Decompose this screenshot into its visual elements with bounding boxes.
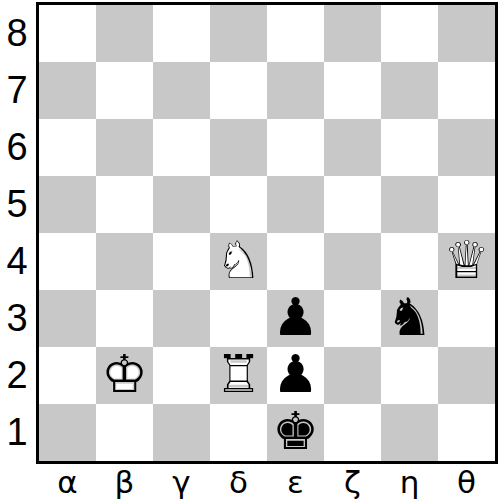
square-g1[interactable] <box>381 404 438 461</box>
square-b7[interactable] <box>96 62 153 119</box>
square-d1[interactable] <box>210 404 267 461</box>
piece-white-king-b2[interactable]: ♚♔ <box>96 347 153 404</box>
piece-white-rook-d2[interactable]: ♜♖ <box>210 347 267 404</box>
square-f7[interactable] <box>324 62 381 119</box>
rank-label-1: 1 <box>0 404 34 461</box>
square-b8[interactable] <box>96 5 153 62</box>
piece-white-knight-d4[interactable]: ♞♘ <box>210 233 267 290</box>
square-b6[interactable] <box>96 119 153 176</box>
square-c7[interactable] <box>153 62 210 119</box>
rank-label-3: 3 <box>0 290 34 347</box>
chess-diagram: ♞♘♛♕♟♞♚♔♜♖♟♚ 87654321 αβγδεζηθ <box>0 0 500 501</box>
file-label-c: γ <box>153 463 210 501</box>
square-d8[interactable] <box>210 5 267 62</box>
square-a4[interactable] <box>39 233 96 290</box>
square-g4[interactable] <box>381 233 438 290</box>
square-h4[interactable]: ♛♕ <box>438 233 495 290</box>
white-rook-outline: ♖ <box>210 345 267 402</box>
square-a6[interactable] <box>39 119 96 176</box>
piece-black-pawn-e2[interactable]: ♟ <box>267 347 324 404</box>
square-c8[interactable] <box>153 5 210 62</box>
square-d4[interactable]: ♞♘ <box>210 233 267 290</box>
square-f4[interactable] <box>324 233 381 290</box>
rank-label-7: 7 <box>0 62 34 119</box>
rank-label-2: 2 <box>0 347 34 404</box>
piece-black-king-e1[interactable]: ♚ <box>267 404 324 461</box>
square-d3[interactable] <box>210 290 267 347</box>
square-e7[interactable] <box>267 62 324 119</box>
square-c6[interactable] <box>153 119 210 176</box>
file-label-h: θ <box>438 463 495 501</box>
square-h3[interactable] <box>438 290 495 347</box>
square-c5[interactable] <box>153 176 210 233</box>
square-e1[interactable]: ♚ <box>267 404 324 461</box>
square-a7[interactable] <box>39 62 96 119</box>
square-h7[interactable] <box>438 62 495 119</box>
square-g7[interactable] <box>381 62 438 119</box>
chessboard: ♞♘♛♕♟♞♚♔♜♖♟♚ <box>36 2 498 464</box>
black-knight-glyph: ♞ <box>381 288 438 345</box>
square-c2[interactable] <box>153 347 210 404</box>
square-g5[interactable] <box>381 176 438 233</box>
square-b4[interactable] <box>96 233 153 290</box>
file-label-d: δ <box>210 463 267 501</box>
white-knight-outline: ♘ <box>210 231 267 288</box>
square-b5[interactable] <box>96 176 153 233</box>
square-f1[interactable] <box>324 404 381 461</box>
square-b3[interactable] <box>96 290 153 347</box>
piece-black-pawn-e3[interactable]: ♟ <box>267 290 324 347</box>
square-e2[interactable]: ♟ <box>267 347 324 404</box>
square-a1[interactable] <box>39 404 96 461</box>
square-d7[interactable] <box>210 62 267 119</box>
square-a8[interactable] <box>39 5 96 62</box>
square-g8[interactable] <box>381 5 438 62</box>
white-queen-outline: ♕ <box>438 231 495 288</box>
square-a5[interactable] <box>39 176 96 233</box>
square-f5[interactable] <box>324 176 381 233</box>
square-c3[interactable] <box>153 290 210 347</box>
square-a2[interactable] <box>39 347 96 404</box>
square-d5[interactable] <box>210 176 267 233</box>
square-h1[interactable] <box>438 404 495 461</box>
piece-black-knight-g3[interactable]: ♞ <box>381 290 438 347</box>
square-f6[interactable] <box>324 119 381 176</box>
rank-label-5: 5 <box>0 176 34 233</box>
square-d6[interactable] <box>210 119 267 176</box>
white-king-outline: ♔ <box>96 345 153 402</box>
square-g2[interactable] <box>381 347 438 404</box>
piece-white-queen-h4[interactable]: ♛♕ <box>438 233 495 290</box>
rank-label-4: 4 <box>0 233 34 290</box>
black-king-glyph: ♚ <box>267 402 324 459</box>
rank-label-8: 8 <box>0 5 34 62</box>
square-e4[interactable] <box>267 233 324 290</box>
square-e8[interactable] <box>267 5 324 62</box>
black-pawn-glyph: ♟ <box>267 345 324 402</box>
black-pawn-glyph: ♟ <box>267 288 324 345</box>
square-e3[interactable]: ♟ <box>267 290 324 347</box>
square-g6[interactable] <box>381 119 438 176</box>
square-f2[interactable] <box>324 347 381 404</box>
file-label-e: ε <box>267 463 324 501</box>
file-label-f: ζ <box>324 463 381 501</box>
square-h6[interactable] <box>438 119 495 176</box>
square-h2[interactable] <box>438 347 495 404</box>
square-h8[interactable] <box>438 5 495 62</box>
square-b1[interactable] <box>96 404 153 461</box>
rank-label-6: 6 <box>0 119 34 176</box>
file-label-g: η <box>381 463 438 501</box>
square-g3[interactable]: ♞ <box>381 290 438 347</box>
square-e5[interactable] <box>267 176 324 233</box>
square-c4[interactable] <box>153 233 210 290</box>
file-label-b: β <box>96 463 153 501</box>
file-label-a: α <box>39 463 96 501</box>
square-f3[interactable] <box>324 290 381 347</box>
square-f8[interactable] <box>324 5 381 62</box>
square-d2[interactable]: ♜♖ <box>210 347 267 404</box>
square-b2[interactable]: ♚♔ <box>96 347 153 404</box>
square-c1[interactable] <box>153 404 210 461</box>
square-h5[interactable] <box>438 176 495 233</box>
square-e6[interactable] <box>267 119 324 176</box>
square-a3[interactable] <box>39 290 96 347</box>
